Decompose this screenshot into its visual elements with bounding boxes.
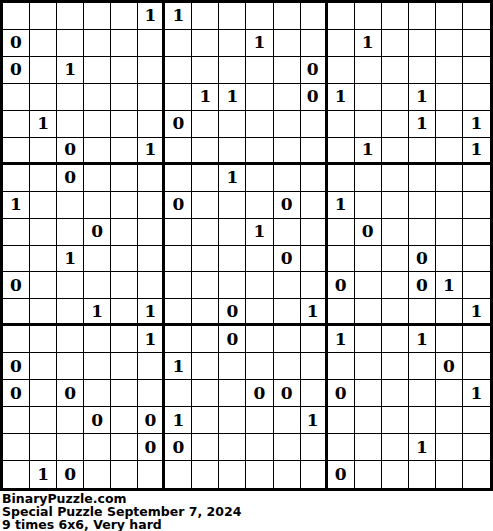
cell-r1c5[interactable]	[138, 30, 165, 57]
cell-r4c8[interactable]	[219, 111, 246, 138]
cell-r6c1[interactable]	[30, 165, 57, 192]
cell-r17c12: 0	[328, 461, 355, 488]
cell-r2c7[interactable]	[192, 57, 219, 84]
cell-r11c4[interactable]	[111, 299, 138, 326]
cell-r10c5[interactable]	[138, 272, 165, 299]
cell-r13c7[interactable]	[192, 353, 219, 380]
cell-r12c7[interactable]	[192, 326, 219, 353]
cell-r10c14[interactable]	[382, 272, 409, 299]
cell-r0c12[interactable]	[328, 3, 355, 30]
cell-r14c1[interactable]	[30, 380, 57, 407]
cell-r6c0[interactable]	[3, 165, 30, 192]
cell-r7c16[interactable]	[436, 192, 463, 219]
cell-r10c13[interactable]	[355, 272, 382, 299]
cell-r11c0[interactable]	[3, 299, 30, 326]
cell-r8c4[interactable]	[111, 219, 138, 246]
cell-r14c13[interactable]	[355, 380, 382, 407]
cell-r2c1[interactable]	[30, 57, 57, 84]
cell-r11c9[interactable]	[246, 299, 273, 326]
cell-r11c6[interactable]	[165, 299, 192, 326]
cell-r8c10[interactable]	[274, 219, 301, 246]
cell-r12c1[interactable]	[30, 326, 57, 353]
cell-r15c12[interactable]	[328, 407, 355, 434]
cell-r2c16[interactable]	[436, 57, 463, 84]
cell-r11c2[interactable]	[57, 299, 84, 326]
cell-r10c2[interactable]	[57, 272, 84, 299]
cell-r4c10[interactable]	[274, 111, 301, 138]
cell-r16c3[interactable]	[84, 434, 111, 461]
cell-r8c5[interactable]	[138, 219, 165, 246]
cell-r3c15: 1	[409, 84, 436, 111]
cell-r5c5: 1	[138, 138, 165, 165]
cell-r15c13[interactable]	[355, 407, 382, 434]
cell-r1c0: 0	[3, 30, 30, 57]
cell-r10c15: 0	[409, 272, 436, 299]
cell-r7c8[interactable]	[219, 192, 246, 219]
cell-r12c14[interactable]	[382, 326, 409, 353]
cell-r3c5[interactable]	[138, 84, 165, 111]
cell-r3c1[interactable]	[30, 84, 57, 111]
cell-r1c14[interactable]	[382, 30, 409, 57]
cell-r0c10[interactable]	[274, 3, 301, 30]
cell-r6c14[interactable]	[382, 165, 409, 192]
cell-r3c6[interactable]	[165, 84, 192, 111]
cell-r6c4[interactable]	[111, 165, 138, 192]
cell-r9c17[interactable]	[463, 246, 490, 273]
cell-r5c2: 0	[57, 138, 84, 165]
cell-r7c17[interactable]	[463, 192, 490, 219]
cell-r7c3[interactable]	[84, 192, 111, 219]
cell-r13c12[interactable]	[328, 353, 355, 380]
cell-r12c12: 1	[328, 326, 355, 353]
cell-r17c2: 0	[57, 461, 84, 488]
cell-r12c6[interactable]	[165, 326, 192, 353]
cell-r3c4[interactable]	[111, 84, 138, 111]
cell-r16c17[interactable]	[463, 434, 490, 461]
cell-r3c0[interactable]	[3, 84, 30, 111]
cell-r4c13[interactable]	[355, 111, 382, 138]
cell-r15c0[interactable]	[3, 407, 30, 434]
cell-r2c14[interactable]	[382, 57, 409, 84]
cell-r16c5: 0	[138, 434, 165, 461]
cell-r10c17[interactable]	[463, 272, 490, 299]
cell-r15c16[interactable]	[436, 407, 463, 434]
cell-r3c14[interactable]	[382, 84, 409, 111]
cell-r15c9[interactable]	[246, 407, 273, 434]
cell-r14c4[interactable]	[111, 380, 138, 407]
cell-r9c12[interactable]	[328, 246, 355, 273]
cell-r13c14[interactable]	[382, 353, 409, 380]
cell-r2c10[interactable]	[274, 57, 301, 84]
cell-r13c9[interactable]	[246, 353, 273, 380]
cell-r6c13[interactable]	[355, 165, 382, 192]
cell-r4c2[interactable]	[57, 111, 84, 138]
cell-r8c16[interactable]	[436, 219, 463, 246]
cell-r8c14[interactable]	[382, 219, 409, 246]
cell-r14c5[interactable]	[138, 380, 165, 407]
cell-r6c11[interactable]	[301, 165, 328, 192]
cell-r11c14[interactable]	[382, 299, 409, 326]
cell-r4c5[interactable]	[138, 111, 165, 138]
cell-r2c4[interactable]	[111, 57, 138, 84]
cell-r2c5[interactable]	[138, 57, 165, 84]
cell-r12c4[interactable]	[111, 326, 138, 353]
cell-r17c0[interactable]	[3, 461, 30, 488]
cell-r11c12[interactable]	[328, 299, 355, 326]
cell-r1c3[interactable]	[84, 30, 111, 57]
cell-r2c9[interactable]	[246, 57, 273, 84]
cell-r5c17: 1	[463, 138, 490, 165]
cell-r15c2[interactable]	[57, 407, 84, 434]
cell-r15c4[interactable]	[111, 407, 138, 434]
cell-r17c9[interactable]	[246, 461, 273, 488]
cell-r17c16[interactable]	[436, 461, 463, 488]
cell-r4c14[interactable]	[382, 111, 409, 138]
cell-r3c13[interactable]	[355, 84, 382, 111]
cell-r15c1[interactable]	[30, 407, 57, 434]
cell-r17c3[interactable]	[84, 461, 111, 488]
cell-r0c2[interactable]	[57, 3, 84, 30]
cell-r2c17[interactable]	[463, 57, 490, 84]
cell-r0c15[interactable]	[409, 3, 436, 30]
cell-r5c7[interactable]	[192, 138, 219, 165]
cell-r0c4[interactable]	[111, 3, 138, 30]
cell-r6c5[interactable]	[138, 165, 165, 192]
cell-r16c14[interactable]	[382, 434, 409, 461]
cell-r2c3[interactable]	[84, 57, 111, 84]
cell-r1c15[interactable]	[409, 30, 436, 57]
cell-r4c9[interactable]	[246, 111, 273, 138]
cell-r3c17[interactable]	[463, 84, 490, 111]
cell-r1c6[interactable]	[165, 30, 192, 57]
cell-r0c17[interactable]	[463, 3, 490, 30]
cell-r5c16[interactable]	[436, 138, 463, 165]
cell-r2c15[interactable]	[409, 57, 436, 84]
cell-r6c9[interactable]	[246, 165, 273, 192]
cell-r6c12[interactable]	[328, 165, 355, 192]
cell-r8c1[interactable]	[30, 219, 57, 246]
cell-r6c7[interactable]	[192, 165, 219, 192]
cell-r16c10[interactable]	[274, 434, 301, 461]
cell-r9c14[interactable]	[382, 246, 409, 273]
cell-r17c11[interactable]	[301, 461, 328, 488]
cell-r0c16[interactable]	[436, 3, 463, 30]
cell-r12c2[interactable]	[57, 326, 84, 353]
cell-r6c3[interactable]	[84, 165, 111, 192]
cell-r16c0[interactable]	[3, 434, 30, 461]
cell-r0c9[interactable]	[246, 3, 273, 30]
cell-r13c2[interactable]	[57, 353, 84, 380]
cell-r1c2[interactable]	[57, 30, 84, 57]
cell-r9c0[interactable]	[3, 246, 30, 273]
cell-r4c16[interactable]	[436, 111, 463, 138]
cell-r17c15[interactable]	[409, 461, 436, 488]
cell-r14c6[interactable]	[165, 380, 192, 407]
cell-r0c1[interactable]	[30, 3, 57, 30]
cell-r17c7[interactable]	[192, 461, 219, 488]
cell-r7c12: 1	[328, 192, 355, 219]
cell-r17c10[interactable]	[274, 461, 301, 488]
cell-r13c5[interactable]	[138, 353, 165, 380]
cell-r7c1[interactable]	[30, 192, 57, 219]
cell-r5c3[interactable]	[84, 138, 111, 165]
cell-r8c11[interactable]	[301, 219, 328, 246]
cell-r12c3[interactable]	[84, 326, 111, 353]
cell-r12c0[interactable]	[3, 326, 30, 353]
cell-r16c13[interactable]	[355, 434, 382, 461]
cell-r17c13[interactable]	[355, 461, 382, 488]
cell-r13c0: 0	[3, 353, 30, 380]
cell-r16c2[interactable]	[57, 434, 84, 461]
cell-r12c9[interactable]	[246, 326, 273, 353]
cell-r14c0: 0	[3, 380, 30, 407]
cell-r7c15[interactable]	[409, 192, 436, 219]
cell-r9c4[interactable]	[111, 246, 138, 273]
cell-r5c13: 1	[355, 138, 382, 165]
cell-r12c16[interactable]	[436, 326, 463, 353]
cell-r11c15[interactable]	[409, 299, 436, 326]
cell-r2c12[interactable]	[328, 57, 355, 84]
cell-r6c10[interactable]	[274, 165, 301, 192]
cell-r12c5: 1	[138, 326, 165, 353]
cell-r5c15[interactable]	[409, 138, 436, 165]
cell-r14c9: 0	[246, 380, 273, 407]
cell-r3c12: 1	[328, 84, 355, 111]
cell-r2c8[interactable]	[219, 57, 246, 84]
cell-r8c15[interactable]	[409, 219, 436, 246]
cell-r10c10[interactable]	[274, 272, 301, 299]
cell-r16c4[interactable]	[111, 434, 138, 461]
cell-r11c1[interactable]	[30, 299, 57, 326]
cell-r13c3[interactable]	[84, 353, 111, 380]
cell-r15c6: 1	[165, 407, 192, 434]
cell-r8c6[interactable]	[165, 219, 192, 246]
cell-r6c15[interactable]	[409, 165, 436, 192]
cell-r1c7[interactable]	[192, 30, 219, 57]
cell-r16c9[interactable]	[246, 434, 273, 461]
cell-r15c3: 0	[84, 407, 111, 434]
cell-r1c17[interactable]	[463, 30, 490, 57]
cell-r9c13[interactable]	[355, 246, 382, 273]
cell-r7c10: 0	[274, 192, 301, 219]
cell-r6c16[interactable]	[436, 165, 463, 192]
cell-r0c0[interactable]	[3, 3, 30, 30]
cell-r1c12[interactable]	[328, 30, 355, 57]
cell-r14c11[interactable]	[301, 380, 328, 407]
cell-r7c14[interactable]	[382, 192, 409, 219]
cell-r14c2: 0	[57, 380, 84, 407]
cell-r7c2[interactable]	[57, 192, 84, 219]
cell-r11c17: 1	[463, 299, 490, 326]
cell-r5c14[interactable]	[382, 138, 409, 165]
cell-r1c9: 1	[246, 30, 273, 57]
cell-r10c4[interactable]	[111, 272, 138, 299]
cell-r15c15[interactable]	[409, 407, 436, 434]
cell-r9c3[interactable]	[84, 246, 111, 273]
cell-r2c6[interactable]	[165, 57, 192, 84]
cell-r14c14[interactable]	[382, 380, 409, 407]
cell-r4c12[interactable]	[328, 111, 355, 138]
cell-r13c4[interactable]	[111, 353, 138, 380]
cell-r2c13[interactable]	[355, 57, 382, 84]
cell-r5c4[interactable]	[111, 138, 138, 165]
cell-r4c4[interactable]	[111, 111, 138, 138]
puzzle-subtitle: 9 times 6x6, Very hard	[2, 518, 493, 531]
cell-r13c13[interactable]	[355, 353, 382, 380]
cell-r0c14[interactable]	[382, 3, 409, 30]
cell-r0c5: 1	[138, 3, 165, 30]
cell-r13c15[interactable]	[409, 353, 436, 380]
cell-r3c9[interactable]	[246, 84, 273, 111]
cell-r14c7[interactable]	[192, 380, 219, 407]
cell-r15c7[interactable]	[192, 407, 219, 434]
cell-r8c8[interactable]	[219, 219, 246, 246]
cell-r5c0[interactable]	[3, 138, 30, 165]
cell-r0c7[interactable]	[192, 3, 219, 30]
cell-r14c12: 0	[328, 380, 355, 407]
cell-r16c11[interactable]	[301, 434, 328, 461]
cell-r1c10[interactable]	[274, 30, 301, 57]
cell-r12c17[interactable]	[463, 326, 490, 353]
cell-r15c8[interactable]	[219, 407, 246, 434]
cell-r4c1: 1	[30, 111, 57, 138]
cell-r15c14[interactable]	[382, 407, 409, 434]
footer: BinaryPuzzle.com Special Puzzle Septembe…	[0, 491, 493, 531]
cell-r10c9[interactable]	[246, 272, 273, 299]
cell-r9c1[interactable]	[30, 246, 57, 273]
cell-r4c7[interactable]	[192, 111, 219, 138]
cell-r7c13[interactable]	[355, 192, 382, 219]
cell-r16c16[interactable]	[436, 434, 463, 461]
cell-r6c17[interactable]	[463, 165, 490, 192]
cell-r4c0[interactable]	[3, 111, 30, 138]
cell-r9c10: 0	[274, 246, 301, 273]
cell-r16c7[interactable]	[192, 434, 219, 461]
cell-r7c5[interactable]	[138, 192, 165, 219]
cell-r9c6[interactable]	[165, 246, 192, 273]
cell-r6c6[interactable]	[165, 165, 192, 192]
cell-r9c16[interactable]	[436, 246, 463, 273]
cell-r4c6: 0	[165, 111, 192, 138]
cell-r7c7[interactable]	[192, 192, 219, 219]
cell-r10c1[interactable]	[30, 272, 57, 299]
cell-r0c13[interactable]	[355, 3, 382, 30]
cell-r13c11[interactable]	[301, 353, 328, 380]
cell-r1c11[interactable]	[301, 30, 328, 57]
binary-puzzle-page: 1101101011011101101110110010101000001110…	[0, 0, 493, 531]
cell-r12c10[interactable]	[274, 326, 301, 353]
cell-r3c16[interactable]	[436, 84, 463, 111]
cell-r9c8[interactable]	[219, 246, 246, 273]
cell-r8c2[interactable]	[57, 219, 84, 246]
cell-r5c9[interactable]	[246, 138, 273, 165]
cell-r14c8[interactable]	[219, 380, 246, 407]
cell-r17c6[interactable]	[165, 461, 192, 488]
cell-r17c4[interactable]	[111, 461, 138, 488]
cell-r13c1[interactable]	[30, 353, 57, 380]
cell-r9c7[interactable]	[192, 246, 219, 273]
cell-r8c7[interactable]	[192, 219, 219, 246]
cell-r11c7[interactable]	[192, 299, 219, 326]
cell-r8c0[interactable]	[3, 219, 30, 246]
cell-r10c3[interactable]	[84, 272, 111, 299]
cell-r14c3[interactable]	[84, 380, 111, 407]
cell-r1c1[interactable]	[30, 30, 57, 57]
cell-r7c11[interactable]	[301, 192, 328, 219]
cell-r5c11[interactable]	[301, 138, 328, 165]
cell-r5c10[interactable]	[274, 138, 301, 165]
cell-r4c3[interactable]	[84, 111, 111, 138]
cell-r8c13: 0	[355, 219, 382, 246]
cell-r16c1[interactable]	[30, 434, 57, 461]
cell-r3c11: 0	[301, 84, 328, 111]
cell-r10c8[interactable]	[219, 272, 246, 299]
cell-r3c2[interactable]	[57, 84, 84, 111]
cell-r3c3[interactable]	[84, 84, 111, 111]
cell-r1c4[interactable]	[111, 30, 138, 57]
cell-r0c11[interactable]	[301, 3, 328, 30]
cell-r16c12[interactable]	[328, 434, 355, 461]
cell-r13c17[interactable]	[463, 353, 490, 380]
cell-r8c12[interactable]	[328, 219, 355, 246]
cell-r14c16[interactable]	[436, 380, 463, 407]
cell-r7c9[interactable]	[246, 192, 273, 219]
cell-r10c7[interactable]	[192, 272, 219, 299]
cell-r12c11[interactable]	[301, 326, 328, 353]
cell-r15c17[interactable]	[463, 407, 490, 434]
cell-r9c2: 1	[57, 246, 84, 273]
cell-r5c1[interactable]	[30, 138, 57, 165]
cell-r5c12[interactable]	[328, 138, 355, 165]
cell-r13c10[interactable]	[274, 353, 301, 380]
cell-r17c14[interactable]	[382, 461, 409, 488]
cell-r5c6[interactable]	[165, 138, 192, 165]
cell-r3c8: 1	[219, 84, 246, 111]
cell-r9c11[interactable]	[301, 246, 328, 273]
cell-r4c15: 1	[409, 111, 436, 138]
cell-r10c0: 0	[3, 272, 30, 299]
cell-r12c15: 1	[409, 326, 436, 353]
cell-r14c15[interactable]	[409, 380, 436, 407]
cell-r13c8[interactable]	[219, 353, 246, 380]
cell-r11c10[interactable]	[274, 299, 301, 326]
cell-r15c10[interactable]	[274, 407, 301, 434]
cell-r1c16[interactable]	[436, 30, 463, 57]
cell-r0c3[interactable]	[84, 3, 111, 30]
cell-r4c11[interactable]	[301, 111, 328, 138]
cell-r1c13: 1	[355, 30, 382, 57]
cell-r17c5[interactable]	[138, 461, 165, 488]
cell-r10c11[interactable]	[301, 272, 328, 299]
cell-r17c17[interactable]	[463, 461, 490, 488]
cell-r9c9[interactable]	[246, 246, 273, 273]
cell-r8c17[interactable]	[463, 219, 490, 246]
cell-r3c10[interactable]	[274, 84, 301, 111]
cell-r12c13[interactable]	[355, 326, 382, 353]
cell-r0c8[interactable]	[219, 3, 246, 30]
cell-r7c4[interactable]	[111, 192, 138, 219]
cell-r10c6[interactable]	[165, 272, 192, 299]
cell-r11c11: 1	[301, 299, 328, 326]
cell-r17c8[interactable]	[219, 461, 246, 488]
cell-r7c0: 1	[3, 192, 30, 219]
cell-r1c8[interactable]	[219, 30, 246, 57]
cell-r11c13[interactable]	[355, 299, 382, 326]
cell-r5c8[interactable]	[219, 138, 246, 165]
cell-r9c5[interactable]	[138, 246, 165, 273]
cell-r11c16[interactable]	[436, 299, 463, 326]
cell-r16c8[interactable]	[219, 434, 246, 461]
